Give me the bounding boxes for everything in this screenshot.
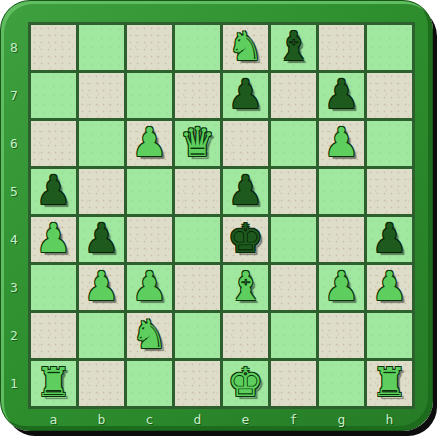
- piece-white-pawn-c6[interactable]: ♟: [132, 120, 168, 165]
- rank-labels: 87654321: [0, 25, 28, 406]
- square-g6[interactable]: ♟: [319, 121, 364, 166]
- square-e3[interactable]: ♝: [223, 265, 268, 310]
- piece-black-pawn-a5[interactable]: ♟: [36, 168, 72, 213]
- square-c4[interactable]: [127, 217, 172, 262]
- piece-black-king-e4[interactable]: ♚: [228, 216, 264, 261]
- square-b7[interactable]: [79, 73, 124, 118]
- square-f7[interactable]: [271, 73, 316, 118]
- square-g5[interactable]: [319, 169, 364, 214]
- square-c3[interactable]: ♟: [127, 265, 172, 310]
- piece-white-pawn-b3[interactable]: ♟: [84, 264, 120, 309]
- file-label-g: g: [319, 409, 364, 430]
- chess-board: ♞♝♟♟♟♛♟♟♟♟♟♚♟♟♟♝♟♟♞♜♚♜: [28, 22, 415, 409]
- square-f5[interactable]: [271, 169, 316, 214]
- piece-white-pawn-g3[interactable]: ♟: [324, 264, 360, 309]
- piece-white-rook-h1[interactable]: ♜: [372, 360, 408, 405]
- square-h2[interactable]: [367, 313, 412, 358]
- square-f4[interactable]: [271, 217, 316, 262]
- file-label-h: h: [367, 409, 412, 430]
- piece-white-knight-e8[interactable]: ♞: [228, 24, 264, 69]
- rank-label-7: 7: [0, 73, 28, 118]
- square-c7[interactable]: [127, 73, 172, 118]
- square-b6[interactable]: [79, 121, 124, 166]
- square-d3[interactable]: [175, 265, 220, 310]
- square-g1[interactable]: [319, 361, 364, 406]
- file-label-f: f: [271, 409, 316, 430]
- piece-white-pawn-c3[interactable]: ♟: [132, 264, 168, 309]
- piece-black-pawn-h4[interactable]: ♟: [372, 216, 408, 261]
- square-f6[interactable]: [271, 121, 316, 166]
- square-c8[interactable]: [127, 25, 172, 70]
- square-g8[interactable]: [319, 25, 364, 70]
- file-label-e: e: [223, 409, 268, 430]
- chess-app-window: 87654321 abcdefgh ♞♝♟♟♟♛♟♟♟♟♟♚♟♟♟♝♟♟♞♜♚♜: [0, 0, 444, 442]
- square-f1[interactable]: [271, 361, 316, 406]
- square-c2[interactable]: ♞: [127, 313, 172, 358]
- file-label-b: b: [79, 409, 124, 430]
- piece-white-pawn-h3[interactable]: ♟: [372, 264, 408, 309]
- square-d4[interactable]: [175, 217, 220, 262]
- piece-black-pawn-e5[interactable]: ♟: [228, 168, 264, 213]
- square-e2[interactable]: [223, 313, 268, 358]
- rank-label-1: 1: [0, 361, 28, 406]
- rank-label-4: 4: [0, 217, 28, 262]
- file-label-c: c: [127, 409, 172, 430]
- square-b4[interactable]: ♟: [79, 217, 124, 262]
- square-g7[interactable]: ♟: [319, 73, 364, 118]
- square-c1[interactable]: [127, 361, 172, 406]
- piece-white-rook-a1[interactable]: ♜: [36, 360, 72, 405]
- square-e4[interactable]: ♚: [223, 217, 268, 262]
- square-c5[interactable]: [127, 169, 172, 214]
- square-d6[interactable]: ♛: [175, 121, 220, 166]
- square-d7[interactable]: [175, 73, 220, 118]
- piece-black-bishop-f8[interactable]: ♝: [276, 24, 312, 69]
- square-g4[interactable]: [319, 217, 364, 262]
- rank-label-6: 6: [0, 121, 28, 166]
- rank-label-5: 5: [0, 169, 28, 214]
- square-f3[interactable]: [271, 265, 316, 310]
- square-a4[interactable]: ♟: [31, 217, 76, 262]
- square-b3[interactable]: ♟: [79, 265, 124, 310]
- square-a3[interactable]: [31, 265, 76, 310]
- square-c6[interactable]: ♟: [127, 121, 172, 166]
- square-f8[interactable]: ♝: [271, 25, 316, 70]
- square-e7[interactable]: ♟: [223, 73, 268, 118]
- piece-white-king-e1[interactable]: ♚: [228, 360, 264, 405]
- file-label-d: d: [175, 409, 220, 430]
- square-a8[interactable]: [31, 25, 76, 70]
- square-e6[interactable]: [223, 121, 268, 166]
- square-h4[interactable]: ♟: [367, 217, 412, 262]
- piece-black-pawn-e7[interactable]: ♟: [228, 72, 264, 117]
- piece-white-queen-d6[interactable]: ♛: [180, 120, 216, 165]
- square-a5[interactable]: ♟: [31, 169, 76, 214]
- square-h3[interactable]: ♟: [367, 265, 412, 310]
- square-d2[interactable]: [175, 313, 220, 358]
- square-h5[interactable]: [367, 169, 412, 214]
- square-f2[interactable]: [271, 313, 316, 358]
- square-e1[interactable]: ♚: [223, 361, 268, 406]
- piece-white-bishop-e3[interactable]: ♝: [228, 264, 264, 309]
- square-a2[interactable]: [31, 313, 76, 358]
- piece-black-pawn-g7[interactable]: ♟: [324, 72, 360, 117]
- square-h8[interactable]: [367, 25, 412, 70]
- square-a7[interactable]: [31, 73, 76, 118]
- square-g2[interactable]: [319, 313, 364, 358]
- rank-label-8: 8: [0, 25, 28, 70]
- piece-white-pawn-a4[interactable]: ♟: [36, 216, 72, 261]
- square-b1[interactable]: [79, 361, 124, 406]
- square-h6[interactable]: [367, 121, 412, 166]
- square-a6[interactable]: [31, 121, 76, 166]
- piece-white-pawn-g6[interactable]: ♟: [324, 120, 360, 165]
- square-b5[interactable]: [79, 169, 124, 214]
- square-g3[interactable]: ♟: [319, 265, 364, 310]
- square-h1[interactable]: ♜: [367, 361, 412, 406]
- square-b2[interactable]: [79, 313, 124, 358]
- file-labels: abcdefgh: [31, 409, 412, 430]
- rank-label-3: 3: [0, 265, 28, 310]
- square-b8[interactable]: [79, 25, 124, 70]
- square-d8[interactable]: [175, 25, 220, 70]
- square-e8[interactable]: ♞: [223, 25, 268, 70]
- file-label-a: a: [31, 409, 76, 430]
- square-d1[interactable]: [175, 361, 220, 406]
- square-h7[interactable]: [367, 73, 412, 118]
- rank-label-2: 2: [0, 313, 28, 358]
- square-e5[interactable]: ♟: [223, 169, 268, 214]
- piece-black-pawn-b4[interactable]: ♟: [84, 216, 120, 261]
- piece-white-knight-c2[interactable]: ♞: [132, 312, 168, 357]
- square-d5[interactable]: [175, 169, 220, 214]
- square-a1[interactable]: ♜: [31, 361, 76, 406]
